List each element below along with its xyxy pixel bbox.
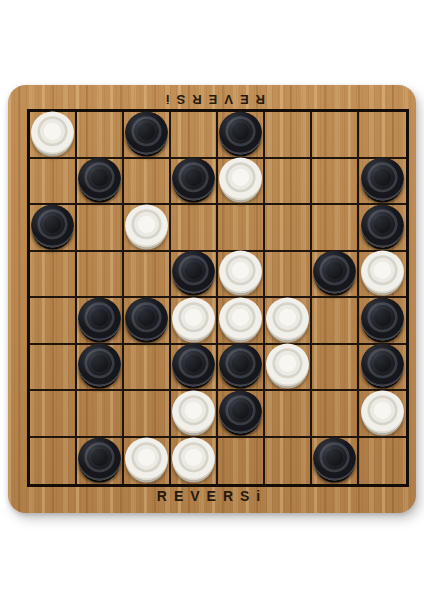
white-disc [219, 251, 262, 294]
black-disc [78, 297, 121, 340]
board-cell[interactable] [359, 391, 406, 438]
board-cell[interactable] [171, 205, 218, 252]
board-cell[interactable] [218, 298, 265, 345]
board-cell[interactable] [124, 345, 171, 392]
black-disc [219, 390, 262, 433]
black-disc [361, 297, 404, 340]
board-cell[interactable] [312, 438, 359, 485]
white-disc [125, 438, 168, 481]
board-cell[interactable] [124, 438, 171, 485]
board-cell[interactable] [171, 252, 218, 299]
board-grid [27, 109, 409, 487]
board-cell[interactable] [359, 298, 406, 345]
board-cell[interactable] [30, 438, 77, 485]
black-disc [172, 251, 215, 294]
board-cell[interactable] [77, 298, 124, 345]
board-cell[interactable] [77, 391, 124, 438]
black-disc [219, 344, 262, 387]
board-cell[interactable] [312, 391, 359, 438]
board-cell[interactable] [218, 252, 265, 299]
board-cell[interactable] [218, 345, 265, 392]
board-cell[interactable] [77, 205, 124, 252]
white-disc [266, 344, 309, 387]
board-cell[interactable] [124, 252, 171, 299]
white-disc [266, 297, 309, 340]
board-cell[interactable] [265, 252, 312, 299]
black-disc [125, 111, 168, 154]
board-cell[interactable] [218, 438, 265, 485]
board-cell[interactable] [30, 345, 77, 392]
board-cell[interactable] [218, 391, 265, 438]
white-disc [125, 204, 168, 247]
board-cell[interactable] [265, 345, 312, 392]
white-disc [219, 297, 262, 340]
black-disc [125, 297, 168, 340]
board-cell[interactable] [77, 112, 124, 159]
black-disc [219, 111, 262, 154]
board-cell[interactable] [77, 159, 124, 206]
board-cell[interactable] [312, 345, 359, 392]
black-disc [313, 251, 356, 294]
board-cell[interactable] [359, 159, 406, 206]
black-disc [172, 158, 215, 201]
white-disc [31, 111, 74, 154]
board-cell[interactable] [30, 159, 77, 206]
board-cell[interactable] [171, 159, 218, 206]
board-cell[interactable] [77, 252, 124, 299]
black-disc [31, 204, 74, 247]
board-cell[interactable] [265, 438, 312, 485]
board-cell[interactable] [265, 205, 312, 252]
board-cell[interactable] [359, 345, 406, 392]
black-disc [361, 158, 404, 201]
board-cell[interactable] [265, 112, 312, 159]
board-cell[interactable] [124, 205, 171, 252]
game-board: REVERSi REVERSi [8, 85, 416, 513]
board-cell[interactable] [312, 298, 359, 345]
black-disc [313, 438, 356, 481]
black-disc [172, 344, 215, 387]
board-cell[interactable] [171, 438, 218, 485]
board-cell[interactable] [124, 391, 171, 438]
board-title-top: REVERSi [8, 92, 416, 107]
board-cell[interactable] [171, 345, 218, 392]
board-cell[interactable] [359, 205, 406, 252]
board-cell[interactable] [30, 205, 77, 252]
board-cell[interactable] [265, 391, 312, 438]
board-cell[interactable] [312, 159, 359, 206]
board-cell[interactable] [124, 159, 171, 206]
white-disc [219, 158, 262, 201]
board-cell[interactable] [218, 159, 265, 206]
board-cell[interactable] [171, 391, 218, 438]
black-disc [361, 344, 404, 387]
board-cell[interactable] [77, 345, 124, 392]
black-disc [78, 158, 121, 201]
board-cell[interactable] [312, 205, 359, 252]
board-cell[interactable] [171, 298, 218, 345]
board-cell[interactable] [77, 438, 124, 485]
board-cell[interactable] [359, 438, 406, 485]
board-cell[interactable] [312, 252, 359, 299]
board-cell[interactable] [30, 252, 77, 299]
black-disc [361, 204, 404, 247]
photo-background: REVERSi REVERSi [0, 0, 424, 600]
board-cell[interactable] [218, 112, 265, 159]
white-disc [172, 390, 215, 433]
board-cell[interactable] [124, 298, 171, 345]
board-cell[interactable] [265, 298, 312, 345]
white-disc [361, 390, 404, 433]
board-cell[interactable] [359, 112, 406, 159]
board-cell[interactable] [312, 112, 359, 159]
board-title-bottom: REVERSi [8, 488, 416, 504]
board-cell[interactable] [171, 112, 218, 159]
white-disc [172, 438, 215, 481]
board-cell[interactable] [359, 252, 406, 299]
black-disc [78, 344, 121, 387]
board-cell[interactable] [265, 159, 312, 206]
board-cell[interactable] [30, 298, 77, 345]
board-cell[interactable] [124, 112, 171, 159]
board-cell[interactable] [218, 205, 265, 252]
board-cell[interactable] [30, 391, 77, 438]
white-disc [172, 297, 215, 340]
white-disc [361, 251, 404, 294]
board-cell[interactable] [30, 112, 77, 159]
black-disc [78, 438, 121, 481]
